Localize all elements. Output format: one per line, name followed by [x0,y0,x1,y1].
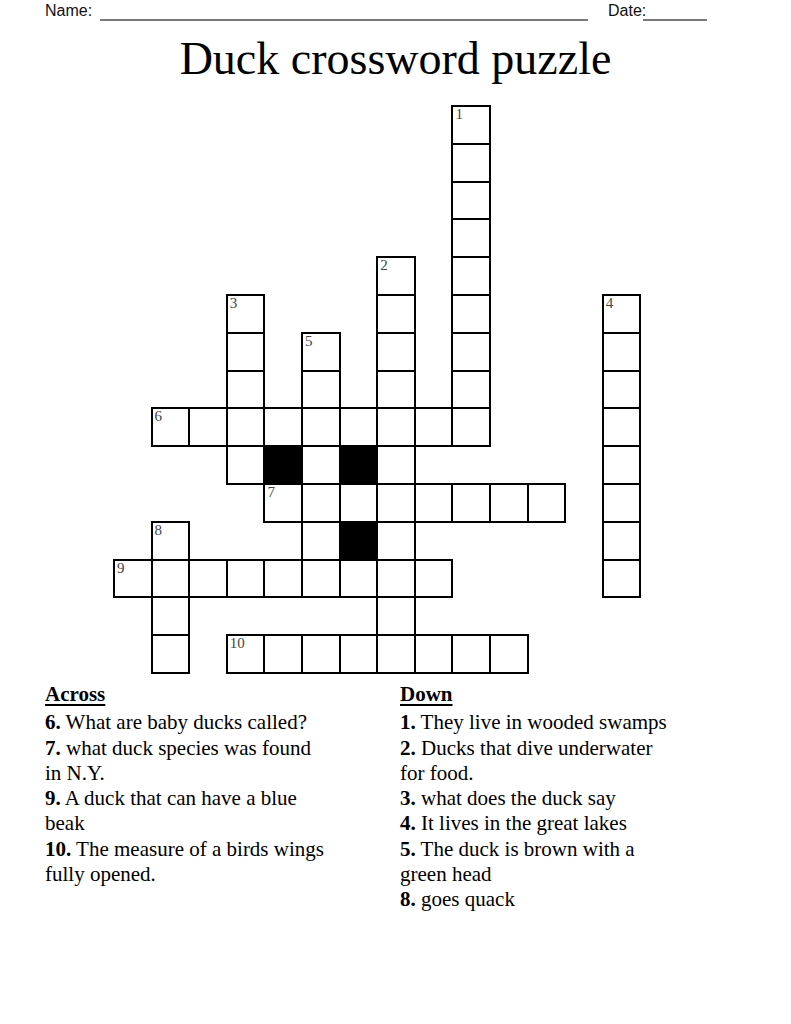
grid-cell[interactable] [301,407,341,447]
grid-cell[interactable] [489,634,529,674]
clue-number: 4. [400,811,416,835]
grid-cell[interactable] [151,559,191,599]
down-clue-list: 1. They live in wooded swamps2. Ducks th… [400,710,745,912]
grid-cell[interactable] [151,634,191,674]
grid-cell[interactable] [376,294,416,334]
grid-cell[interactable] [376,559,416,599]
grid-cell[interactable] [602,332,642,372]
blocked-cell [339,521,379,561]
clue-down-8: 8. goes quack [400,887,745,912]
grid-cell[interactable] [602,483,642,523]
grid-cell[interactable] [339,407,379,447]
grid-cell[interactable] [451,370,491,410]
cell-number: 8 [155,522,163,538]
grid-cell[interactable] [527,483,567,523]
clue-number: 10. [45,837,71,861]
grid-cell[interactable] [226,559,266,599]
cell-number: 7 [267,484,275,500]
grid-cell[interactable] [301,559,341,599]
grid-cell[interactable] [414,634,454,674]
date-input-line[interactable] [643,19,707,21]
grid-cell[interactable] [263,559,303,599]
cell-number: 1 [455,106,463,122]
clue-down-1: 1. They live in wooded swamps [400,710,745,735]
grid-cell[interactable] [151,596,191,636]
grid-cell[interactable] [451,294,491,334]
worksheet-page: { "game": "crossword", "title": "Duck cr… [0,0,791,1024]
grid-cell[interactable] [339,634,379,674]
grid-cell[interactable] [414,559,454,599]
clue-number: 3. [400,786,416,810]
grid-cell[interactable]: 9 [113,559,153,599]
grid-cell[interactable] [451,483,491,523]
grid-cell[interactable] [414,483,454,523]
clue-down-5: 5. The duck is brown with a [400,837,745,862]
clue-number: 7. [45,736,61,760]
clue-number: 9. [45,786,61,810]
clue-down-2-cont: for food. [400,761,745,786]
clue-across-7: 7. what duck species was found [45,736,390,761]
grid-cell[interactable] [451,407,491,447]
cell-number: 4 [606,295,614,311]
grid-cell[interactable]: 3 [226,294,266,334]
grid-cell[interactable] [451,332,491,372]
clue-across-6: 6. What are baby ducks called? [45,710,390,735]
clue-down-5-cont: green head [400,862,745,887]
across-clue-list: 6. What are baby ducks called?7. what du… [45,710,390,887]
cell-number: 3 [230,295,238,311]
grid-cell[interactable] [188,407,228,447]
grid-cell[interactable] [414,407,454,447]
grid-cell[interactable] [263,407,303,447]
blocked-cell [339,445,379,485]
grid-cell[interactable]: 8 [151,521,191,561]
grid-cell[interactable] [451,256,491,296]
name-input-line[interactable] [100,19,588,21]
grid-cell[interactable] [376,596,416,636]
date-label: Date: [608,2,646,20]
grid-cell[interactable]: 4 [602,294,642,334]
clue-down-2: 2. Ducks that dive underwater [400,736,745,761]
grid-cell[interactable] [301,521,341,561]
grid-cell[interactable] [602,407,642,447]
grid-cell[interactable]: 2 [376,256,416,296]
page-title: Duck crossword puzzle [0,33,791,85]
grid-cell[interactable] [226,370,266,410]
cell-number: 10 [230,635,245,651]
grid-cell[interactable] [451,181,491,221]
grid-cell[interactable] [301,483,341,523]
grid-cell[interactable]: 1 [451,105,491,145]
grid-cell[interactable] [376,332,416,372]
grid-cell[interactable] [602,370,642,410]
clue-across-9: 9. A duck that can have a blue [45,786,390,811]
across-heading: Across [45,682,390,707]
grid-cell[interactable]: 5 [301,332,341,372]
clue-number: 5. [400,837,416,861]
grid-cell[interactable] [301,370,341,410]
grid-cell[interactable]: 10 [226,634,266,674]
grid-cell[interactable] [226,445,266,485]
clue-down-3: 3. what does the duck say [400,786,745,811]
clue-across-7-cont: in N.Y. [45,761,390,786]
blocked-cell [263,445,303,485]
grid-cell[interactable] [602,445,642,485]
grid-cell[interactable] [451,143,491,183]
grid-cell[interactable] [376,521,416,561]
grid-cell[interactable] [376,445,416,485]
cell-number: 9 [117,560,125,576]
across-clues-section: Across 6. What are baby ducks called?7. … [45,682,390,887]
clue-across-10-cont: fully opened. [45,862,390,887]
grid-cell[interactable] [602,559,642,599]
grid-cell[interactable] [376,483,416,523]
down-clues-section: Down 1. They live in wooded swamps2. Duc… [400,682,745,913]
clue-number: 8. [400,887,416,911]
grid-cell[interactable] [376,407,416,447]
clue-down-4: 4. It lives in the great lakes [400,811,745,836]
grid-cell[interactable] [376,370,416,410]
grid-cell[interactable]: 6 [151,407,191,447]
grid-cell[interactable]: 7 [263,483,303,523]
name-label: Name: [45,2,92,20]
clue-number: 2. [400,736,416,760]
grid-cell[interactable] [451,634,491,674]
grid-cell[interactable] [489,483,529,523]
grid-cell[interactable] [376,634,416,674]
grid-cell[interactable] [226,407,266,447]
grid-cell[interactable] [602,521,642,561]
grid-cell[interactable] [339,559,379,599]
grid-cell[interactable] [301,634,341,674]
clue-number: 1. [400,710,416,734]
grid-cell[interactable] [451,218,491,258]
clue-across-10: 10. The measure of a birds wings [45,837,390,862]
cell-number: 6 [155,408,163,424]
crossword-grid: 12345678910 [113,105,643,675]
grid-cell[interactable] [339,483,379,523]
clue-number: 6. [45,710,61,734]
grid-cell[interactable] [226,332,266,372]
grid-cell[interactable] [188,559,228,599]
cell-number: 5 [305,333,313,349]
clue-across-9-cont: beak [45,811,390,836]
down-heading: Down [400,682,745,707]
grid-cell[interactable] [263,634,303,674]
cell-number: 2 [380,257,388,273]
grid-cell[interactable] [301,445,341,485]
